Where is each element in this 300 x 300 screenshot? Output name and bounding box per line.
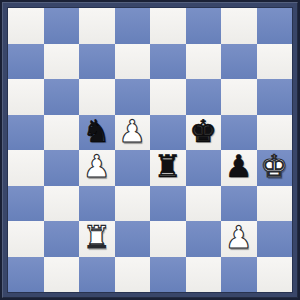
square-h7[interactable] <box>257 44 293 80</box>
square-a6[interactable] <box>8 79 44 115</box>
square-f4[interactable] <box>186 150 222 186</box>
square-e3[interactable] <box>150 186 186 222</box>
square-d6[interactable] <box>115 79 151 115</box>
square-f5[interactable]: ♚ <box>186 115 222 151</box>
square-e2[interactable] <box>150 221 186 257</box>
square-e8[interactable] <box>150 8 186 44</box>
piece-white-rook: ♜ <box>83 222 111 253</box>
piece-black-rook: ♜ <box>154 151 182 182</box>
square-e4[interactable]: ♜ <box>150 150 186 186</box>
square-b7[interactable] <box>44 44 80 80</box>
square-b3[interactable] <box>44 186 80 222</box>
square-c4[interactable]: ♟ <box>79 150 115 186</box>
square-a5[interactable] <box>8 115 44 151</box>
square-b8[interactable] <box>44 8 80 44</box>
square-e5[interactable] <box>150 115 186 151</box>
square-d3[interactable] <box>115 186 151 222</box>
square-g1[interactable] <box>221 257 257 293</box>
square-e7[interactable] <box>150 44 186 80</box>
square-h3[interactable] <box>257 186 293 222</box>
square-g6[interactable] <box>221 79 257 115</box>
square-h1[interactable] <box>257 257 293 293</box>
square-f8[interactable] <box>186 8 222 44</box>
square-d5[interactable]: ♟ <box>115 115 151 151</box>
square-c1[interactable] <box>79 257 115 293</box>
board-frame: ♞♟♚♟♜♟♚♜♟ <box>0 0 300 300</box>
piece-white-king: ♚ <box>260 151 288 182</box>
square-a3[interactable] <box>8 186 44 222</box>
square-g7[interactable] <box>221 44 257 80</box>
square-c2[interactable]: ♜ <box>79 221 115 257</box>
piece-black-pawn: ♟ <box>225 151 253 182</box>
piece-white-pawn: ♟ <box>83 151 111 182</box>
square-g2[interactable]: ♟ <box>221 221 257 257</box>
square-g8[interactable] <box>221 8 257 44</box>
square-f7[interactable] <box>186 44 222 80</box>
piece-black-king: ♚ <box>189 116 217 147</box>
square-e6[interactable] <box>150 79 186 115</box>
square-c7[interactable] <box>79 44 115 80</box>
square-h2[interactable] <box>257 221 293 257</box>
chess-board: ♞♟♚♟♜♟♚♜♟ <box>8 8 292 292</box>
square-e1[interactable] <box>150 257 186 293</box>
square-a2[interactable] <box>8 221 44 257</box>
square-f2[interactable] <box>186 221 222 257</box>
square-f6[interactable] <box>186 79 222 115</box>
piece-white-pawn: ♟ <box>225 222 253 253</box>
square-d8[interactable] <box>115 8 151 44</box>
square-a1[interactable] <box>8 257 44 293</box>
square-g5[interactable] <box>221 115 257 151</box>
square-a4[interactable] <box>8 150 44 186</box>
square-d2[interactable] <box>115 221 151 257</box>
square-h4[interactable]: ♚ <box>257 150 293 186</box>
square-b4[interactable] <box>44 150 80 186</box>
square-d7[interactable] <box>115 44 151 80</box>
square-a7[interactable] <box>8 44 44 80</box>
square-b6[interactable] <box>44 79 80 115</box>
square-b1[interactable] <box>44 257 80 293</box>
square-c3[interactable] <box>79 186 115 222</box>
piece-black-knight: ♞ <box>83 116 111 147</box>
square-h6[interactable] <box>257 79 293 115</box>
square-d1[interactable] <box>115 257 151 293</box>
square-c6[interactable] <box>79 79 115 115</box>
square-f1[interactable] <box>186 257 222 293</box>
square-g3[interactable] <box>221 186 257 222</box>
piece-white-pawn: ♟ <box>118 116 146 147</box>
square-g4[interactable]: ♟ <box>221 150 257 186</box>
square-h5[interactable] <box>257 115 293 151</box>
square-c5[interactable]: ♞ <box>79 115 115 151</box>
square-a8[interactable] <box>8 8 44 44</box>
square-f3[interactable] <box>186 186 222 222</box>
square-b5[interactable] <box>44 115 80 151</box>
square-h8[interactable] <box>257 8 293 44</box>
square-d4[interactable] <box>115 150 151 186</box>
square-b2[interactable] <box>44 221 80 257</box>
square-c8[interactable] <box>79 8 115 44</box>
